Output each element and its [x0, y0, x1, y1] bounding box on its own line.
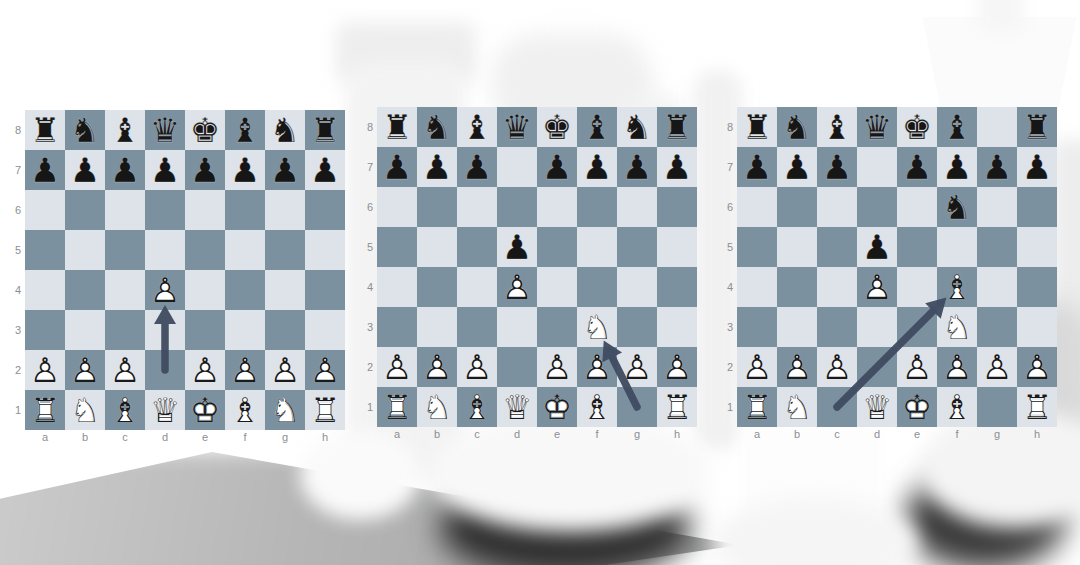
square-f4 — [225, 270, 265, 310]
piece-black-rook: ♜ — [377, 107, 417, 147]
square-b2: ♟♙ — [417, 347, 457, 387]
piece-white-pawn-fill: ♟ — [617, 347, 657, 387]
piece-black-pawn: ♟ — [105, 150, 145, 190]
piece-black-pawn: ♟ — [577, 147, 617, 187]
square-c3 — [105, 310, 145, 350]
square-f8: ♝ — [577, 107, 617, 147]
file-label-f: f — [937, 428, 977, 446]
piece-white-knight-fill: ♞ — [937, 307, 977, 347]
piece-white-bishop-fill: ♝ — [937, 387, 977, 427]
piece-white-rook: ♖ — [377, 387, 417, 427]
square-b5 — [777, 227, 817, 267]
square-a5 — [25, 230, 65, 270]
square-c7: ♟ — [105, 150, 145, 190]
square-g1: ♞♘ — [265, 390, 305, 430]
rank-label-1: 1 — [357, 387, 373, 427]
square-d3 — [497, 307, 537, 347]
square-e4 — [897, 267, 937, 307]
piece-black-pawn: ♟ — [1017, 147, 1057, 187]
file-label-g: g — [265, 431, 305, 449]
square-e2: ♟♙ — [185, 350, 225, 390]
square-c5 — [817, 227, 857, 267]
rank-label-2: 2 — [357, 347, 373, 387]
square-b3 — [777, 307, 817, 347]
piece-black-pawn: ♟ — [657, 147, 697, 187]
square-a2: ♟♙ — [377, 347, 417, 387]
piece-white-pawn: ♙ — [857, 267, 897, 307]
piece-white-pawn: ♙ — [617, 347, 657, 387]
piece-black-pawn: ♟ — [145, 150, 185, 190]
piece-black-bishop: ♝ — [817, 107, 857, 147]
rank-label-3: 3 — [5, 310, 21, 350]
piece-black-pawn: ♟ — [617, 147, 657, 187]
piece-white-pawn-fill: ♟ — [65, 350, 105, 390]
rank-label-2: 2 — [717, 347, 733, 387]
piece-black-rook: ♜ — [305, 110, 345, 150]
screenshot-canvas: 87654321 ♜♞♝♛♚♝♞♜♟♟♟♟♟♟♟♟♟♙♟♙♟♙♟♙♟♙♟♙♟♙♟… — [0, 0, 1080, 565]
square-c3 — [457, 307, 497, 347]
square-c2: ♟♙ — [817, 347, 857, 387]
piece-white-pawn: ♙ — [305, 350, 345, 390]
file-label-b: b — [65, 431, 105, 449]
square-g3 — [265, 310, 305, 350]
piece-black-pawn: ♟ — [265, 150, 305, 190]
square-e5 — [185, 230, 225, 270]
piece-white-pawn-fill: ♟ — [25, 350, 65, 390]
piece-white-pawn-fill: ♟ — [185, 350, 225, 390]
file-label-d: d — [145, 431, 185, 449]
square-d7 — [857, 147, 897, 187]
piece-black-king: ♚ — [185, 110, 225, 150]
piece-white-pawn: ♙ — [577, 347, 617, 387]
piece-white-king-fill: ♚ — [897, 387, 937, 427]
piece-white-knight-fill: ♞ — [417, 387, 457, 427]
square-g1 — [977, 387, 1017, 427]
square-d3 — [857, 307, 897, 347]
piece-white-queen: ♕ — [145, 390, 185, 430]
square-a4 — [25, 270, 65, 310]
rank-label-7: 7 — [5, 150, 21, 190]
square-b3 — [65, 310, 105, 350]
square-e5 — [537, 227, 577, 267]
square-d3 — [145, 310, 185, 350]
piece-black-bishop: ♝ — [105, 110, 145, 150]
piece-white-bishop-fill: ♝ — [457, 387, 497, 427]
square-a2: ♟♙ — [25, 350, 65, 390]
rank-labels: 87654321 — [357, 107, 373, 427]
piece-black-pawn: ♟ — [537, 147, 577, 187]
piece-white-rook: ♖ — [737, 387, 777, 427]
square-g5 — [977, 227, 1017, 267]
piece-white-king: ♔ — [897, 387, 937, 427]
file-labels: abcdefgh — [25, 431, 345, 449]
square-f8: ♝ — [225, 110, 265, 150]
square-h2: ♟♙ — [657, 347, 697, 387]
square-g4 — [265, 270, 305, 310]
piece-black-bishop: ♝ — [577, 107, 617, 147]
square-c2: ♟♙ — [457, 347, 497, 387]
piece-white-pawn: ♙ — [537, 347, 577, 387]
board-grid: ♜♞♝♛♚♝♞♜♟♟♟♟♟♟♟♟♟♙♞♘♟♙♟♙♟♙♟♙♟♙♟♙♟♙♜♖♞♘♝♗… — [377, 107, 697, 427]
square-a3 — [737, 307, 777, 347]
square-g6 — [617, 187, 657, 227]
square-c1 — [817, 387, 857, 427]
square-c3 — [817, 307, 857, 347]
rank-label-3: 3 — [357, 307, 373, 347]
piece-black-pawn: ♟ — [937, 147, 977, 187]
square-c4 — [105, 270, 145, 310]
piece-white-rook-fill: ♜ — [737, 387, 777, 427]
square-d2 — [145, 350, 185, 390]
square-g4 — [977, 267, 1017, 307]
piece-white-bishop: ♗ — [457, 387, 497, 427]
piece-white-pawn: ♙ — [185, 350, 225, 390]
square-f1: ♝♗ — [225, 390, 265, 430]
piece-white-bishop-fill: ♝ — [937, 267, 977, 307]
piece-black-knight: ♞ — [777, 107, 817, 147]
piece-white-pawn: ♙ — [105, 350, 145, 390]
square-g1 — [617, 387, 657, 427]
piece-white-queen-fill: ♛ — [497, 387, 537, 427]
square-h6 — [1017, 187, 1057, 227]
chess-board-after-2-Nf3: 87654321 ♜♞♝♛♚♝♞♜♟♟♟♟♟♟♟♟♟♙♞♘♟♙♟♙♟♙♟♙♟♙♟… — [377, 107, 697, 427]
square-a1: ♜♖ — [377, 387, 417, 427]
chess-board-after-1-d4: 87654321 ♜♞♝♛♚♝♞♜♟♟♟♟♟♟♟♟♟♙♟♙♟♙♟♙♟♙♟♙♟♙♟… — [25, 110, 345, 430]
square-f4: ♝♗ — [937, 267, 977, 307]
piece-black-king: ♚ — [537, 107, 577, 147]
piece-white-pawn: ♙ — [937, 347, 977, 387]
piece-black-pawn: ♟ — [65, 150, 105, 190]
file-labels: abcdefgh — [377, 428, 697, 446]
piece-white-knight-fill: ♞ — [65, 390, 105, 430]
square-h4 — [1017, 267, 1057, 307]
piece-white-king-fill: ♚ — [185, 390, 225, 430]
file-label-e: e — [897, 428, 937, 446]
piece-black-pawn: ♟ — [377, 147, 417, 187]
square-g8: ♞ — [617, 107, 657, 147]
square-f1: ♝♗ — [577, 387, 617, 427]
square-d6 — [857, 187, 897, 227]
rank-label-7: 7 — [357, 147, 373, 187]
rank-label-8: 8 — [5, 110, 21, 150]
piece-white-pawn-fill: ♟ — [377, 347, 417, 387]
piece-white-pawn-fill: ♟ — [577, 347, 617, 387]
square-a3 — [25, 310, 65, 350]
piece-white-bishop: ♗ — [937, 267, 977, 307]
square-e4 — [185, 270, 225, 310]
piece-white-pawn: ♙ — [65, 350, 105, 390]
square-f2: ♟♙ — [577, 347, 617, 387]
square-e8: ♚ — [185, 110, 225, 150]
square-d5 — [145, 230, 185, 270]
piece-black-bishop: ♝ — [457, 107, 497, 147]
piece-white-bishop: ♗ — [577, 387, 617, 427]
square-f1: ♝♗ — [937, 387, 977, 427]
square-c4 — [817, 267, 857, 307]
piece-white-pawn-fill: ♟ — [857, 267, 897, 307]
piece-white-queen-fill: ♛ — [145, 390, 185, 430]
square-h2: ♟♙ — [305, 350, 345, 390]
square-b2: ♟♙ — [777, 347, 817, 387]
square-a3 — [377, 307, 417, 347]
piece-white-knight-fill: ♞ — [265, 390, 305, 430]
piece-black-queen: ♛ — [857, 107, 897, 147]
square-d4: ♟♙ — [145, 270, 185, 310]
piece-black-queen: ♛ — [497, 107, 537, 147]
square-a4 — [737, 267, 777, 307]
square-d5: ♟ — [497, 227, 537, 267]
square-c2: ♟♙ — [105, 350, 145, 390]
square-a5 — [737, 227, 777, 267]
piece-black-pawn: ♟ — [777, 147, 817, 187]
piece-black-pawn: ♟ — [305, 150, 345, 190]
file-label-h: h — [657, 428, 697, 446]
square-a8: ♜ — [377, 107, 417, 147]
square-b5 — [65, 230, 105, 270]
piece-black-bishop: ♝ — [225, 110, 265, 150]
piece-black-pawn: ♟ — [225, 150, 265, 190]
piece-white-bishop: ♗ — [937, 387, 977, 427]
square-a8: ♜ — [25, 110, 65, 150]
piece-black-pawn: ♟ — [25, 150, 65, 190]
square-h4 — [305, 270, 345, 310]
square-h6 — [305, 190, 345, 230]
square-b7: ♟ — [417, 147, 457, 187]
file-labels: abcdefgh — [737, 428, 1057, 446]
square-g3 — [617, 307, 657, 347]
square-c8: ♝ — [105, 110, 145, 150]
piece-white-knight-fill: ♞ — [777, 387, 817, 427]
square-h4 — [657, 267, 697, 307]
square-h8: ♜ — [657, 107, 697, 147]
square-b5 — [417, 227, 457, 267]
square-f8: ♝ — [937, 107, 977, 147]
square-h3 — [657, 307, 697, 347]
piece-black-knight: ♞ — [417, 107, 457, 147]
square-f6 — [225, 190, 265, 230]
square-g3 — [977, 307, 1017, 347]
piece-white-pawn: ♙ — [817, 347, 857, 387]
square-d4: ♟♙ — [857, 267, 897, 307]
square-h5 — [657, 227, 697, 267]
piece-black-bishop: ♝ — [937, 107, 977, 147]
piece-white-knight: ♘ — [265, 390, 305, 430]
square-a1: ♜♖ — [25, 390, 65, 430]
square-h2: ♟♙ — [1017, 347, 1057, 387]
chess-board-after-3-Bf4: 87654321 ♜♞♝♛♚♝♜♟♟♟♟♟♟♟♞♟♟♙♝♗♞♘♟♙♟♙♟♙♟♙♟… — [737, 107, 1057, 427]
square-f2: ♟♙ — [937, 347, 977, 387]
rank-label-8: 8 — [717, 107, 733, 147]
file-label-a: a — [737, 428, 777, 446]
square-e3 — [185, 310, 225, 350]
square-d2 — [857, 347, 897, 387]
square-a5 — [377, 227, 417, 267]
piece-black-pawn: ♟ — [817, 147, 857, 187]
file-label-e: e — [185, 431, 225, 449]
square-a2: ♟♙ — [737, 347, 777, 387]
square-d6 — [497, 187, 537, 227]
file-label-g: g — [977, 428, 1017, 446]
rank-label-6: 6 — [717, 187, 733, 227]
square-c5 — [457, 227, 497, 267]
square-f7: ♟ — [937, 147, 977, 187]
square-g5 — [265, 230, 305, 270]
file-label-c: c — [457, 428, 497, 446]
square-e3 — [537, 307, 577, 347]
rank-label-8: 8 — [357, 107, 373, 147]
piece-black-pawn: ♟ — [417, 147, 457, 187]
rank-label-2: 2 — [5, 350, 21, 390]
rank-label-4: 4 — [357, 267, 373, 307]
piece-black-pawn: ♟ — [497, 227, 537, 267]
piece-black-rook: ♜ — [737, 107, 777, 147]
piece-white-bishop-fill: ♝ — [577, 387, 617, 427]
square-a7: ♟ — [377, 147, 417, 187]
square-a6 — [25, 190, 65, 230]
file-label-c: c — [105, 431, 145, 449]
piece-white-rook-fill: ♜ — [305, 390, 345, 430]
square-b6 — [65, 190, 105, 230]
piece-white-pawn: ♙ — [977, 347, 1017, 387]
square-d2 — [497, 347, 537, 387]
rank-label-3: 3 — [717, 307, 733, 347]
piece-black-rook: ♜ — [657, 107, 697, 147]
file-label-e: e — [537, 428, 577, 446]
piece-white-pawn: ♙ — [737, 347, 777, 387]
piece-white-rook-fill: ♜ — [657, 387, 697, 427]
square-b1: ♞♘ — [65, 390, 105, 430]
square-f6 — [577, 187, 617, 227]
square-d6 — [145, 190, 185, 230]
piece-white-pawn: ♙ — [497, 267, 537, 307]
square-c6 — [105, 190, 145, 230]
piece-white-knight: ♘ — [577, 307, 617, 347]
rank-label-5: 5 — [5, 230, 21, 270]
square-e2: ♟♙ — [537, 347, 577, 387]
square-d1: ♛♕ — [497, 387, 537, 427]
rank-label-5: 5 — [717, 227, 733, 267]
square-d8: ♛ — [497, 107, 537, 147]
piece-white-pawn: ♙ — [225, 350, 265, 390]
square-d4: ♟♙ — [497, 267, 537, 307]
piece-white-rook: ♖ — [1017, 387, 1057, 427]
square-f4 — [577, 267, 617, 307]
board-grid: ♜♞♝♛♚♝♞♜♟♟♟♟♟♟♟♟♟♙♟♙♟♙♟♙♟♙♟♙♟♙♟♙♜♖♞♘♝♗♛♕… — [25, 110, 345, 430]
piece-black-pawn: ♟ — [977, 147, 1017, 187]
piece-black-rook: ♜ — [25, 110, 65, 150]
file-label-a: a — [25, 431, 65, 449]
square-c1: ♝♗ — [457, 387, 497, 427]
square-b2: ♟♙ — [65, 350, 105, 390]
blurred-king-cross — [978, 0, 1024, 32]
piece-white-bishop-fill: ♝ — [105, 390, 145, 430]
rank-labels: 87654321 — [717, 107, 733, 427]
piece-white-pawn: ♙ — [25, 350, 65, 390]
piece-white-pawn-fill: ♟ — [537, 347, 577, 387]
square-c1: ♝♗ — [105, 390, 145, 430]
square-f3 — [225, 310, 265, 350]
square-f5 — [577, 227, 617, 267]
file-label-h: h — [1017, 428, 1057, 446]
square-h7: ♟ — [657, 147, 697, 187]
square-b4 — [65, 270, 105, 310]
piece-white-knight: ♘ — [65, 390, 105, 430]
square-d1: ♛♕ — [857, 387, 897, 427]
square-h1: ♜♖ — [1017, 387, 1057, 427]
square-e5 — [897, 227, 937, 267]
piece-white-pawn: ♙ — [457, 347, 497, 387]
square-e3 — [897, 307, 937, 347]
square-d1: ♛♕ — [145, 390, 185, 430]
piece-white-queen: ♕ — [857, 387, 897, 427]
board-grid: ♜♞♝♛♚♝♜♟♟♟♟♟♟♟♞♟♟♙♝♗♞♘♟♙♟♙♟♙♟♙♟♙♟♙♟♙♜♖♞♘… — [737, 107, 1057, 427]
piece-white-pawn-fill: ♟ — [897, 347, 937, 387]
square-a1: ♜♖ — [737, 387, 777, 427]
piece-white-pawn-fill: ♟ — [777, 347, 817, 387]
piece-white-rook-fill: ♜ — [25, 390, 65, 430]
piece-white-pawn-fill: ♟ — [145, 270, 185, 310]
piece-white-pawn-fill: ♟ — [737, 347, 777, 387]
square-g8 — [977, 107, 1017, 147]
square-a4 — [377, 267, 417, 307]
square-d5: ♟ — [857, 227, 897, 267]
square-a7: ♟ — [737, 147, 777, 187]
piece-black-knight: ♞ — [617, 107, 657, 147]
square-g6 — [265, 190, 305, 230]
square-b8: ♞ — [417, 107, 457, 147]
square-e8: ♚ — [537, 107, 577, 147]
square-e2: ♟♙ — [897, 347, 937, 387]
piece-white-pawn-fill: ♟ — [977, 347, 1017, 387]
square-a6 — [737, 187, 777, 227]
piece-white-pawn-fill: ♟ — [305, 350, 345, 390]
square-b8: ♞ — [65, 110, 105, 150]
piece-white-queen: ♕ — [497, 387, 537, 427]
square-g2: ♟♙ — [977, 347, 1017, 387]
piece-white-knight-fill: ♞ — [577, 307, 617, 347]
square-c6 — [457, 187, 497, 227]
piece-white-pawn-fill: ♟ — [937, 347, 977, 387]
square-h6 — [657, 187, 697, 227]
rank-label-7: 7 — [717, 147, 733, 187]
square-e7: ♟ — [897, 147, 937, 187]
piece-black-pawn: ♟ — [185, 150, 225, 190]
square-c5 — [105, 230, 145, 270]
square-h1: ♜♖ — [657, 387, 697, 427]
square-f2: ♟♙ — [225, 350, 265, 390]
rank-labels: 87654321 — [5, 110, 21, 430]
rank-label-1: 1 — [717, 387, 733, 427]
file-label-a: a — [377, 428, 417, 446]
square-f3: ♞♘ — [577, 307, 617, 347]
square-g5 — [617, 227, 657, 267]
square-c8: ♝ — [817, 107, 857, 147]
piece-black-pawn: ♟ — [457, 147, 497, 187]
piece-white-pawn-fill: ♟ — [417, 347, 457, 387]
file-label-d: d — [857, 428, 897, 446]
piece-white-pawn-fill: ♟ — [265, 350, 305, 390]
piece-white-king-fill: ♚ — [537, 387, 577, 427]
square-a7: ♟ — [25, 150, 65, 190]
square-f5 — [225, 230, 265, 270]
piece-white-pawn: ♙ — [1017, 347, 1057, 387]
square-h7: ♟ — [1017, 147, 1057, 187]
square-g7: ♟ — [977, 147, 1017, 187]
piece-white-pawn: ♙ — [377, 347, 417, 387]
piece-black-pawn: ♟ — [737, 147, 777, 187]
square-e6 — [185, 190, 225, 230]
square-c4 — [457, 267, 497, 307]
